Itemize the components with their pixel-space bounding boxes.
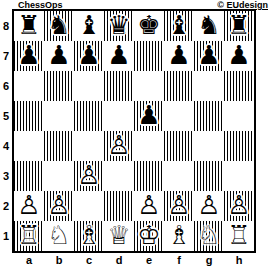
square-e5: ♟ [134,101,164,131]
file-label-f: f [164,253,194,267]
square-h8: ♜ [224,11,254,41]
square-f8: ♝ [164,11,194,41]
square-h5 [224,101,254,131]
square-a6 [14,71,44,101]
square-d1: ♕ [104,221,134,251]
square-f3 [164,161,194,191]
square-c6 [74,71,104,101]
piece-black-pawn: ♟ [74,41,104,71]
piece-black-king: ♚ [134,11,164,41]
square-f5 [164,101,194,131]
piece-white-bishop: ♗ [74,221,104,251]
square-a7: ♟ [14,41,44,71]
file-label-a: a [14,253,44,267]
square-g3 [194,161,224,191]
piece-white-pawn: ♙ [194,191,224,221]
square-c8: ♝ [74,11,104,41]
piece-black-queen: ♛ [104,11,134,41]
piece-black-pawn: ♟ [14,41,44,71]
file-label-g: g [194,253,224,267]
square-d8: ♛ [104,11,134,41]
square-g8: ♞ [194,11,224,41]
square-b2: ♙ [44,191,74,221]
square-g2: ♙ [194,191,224,221]
square-a3 [14,161,44,191]
square-f2: ♙ [164,191,194,221]
piece-white-bishop: ♗ [164,221,194,251]
square-c3: ♙ [74,161,104,191]
square-a1: ♖ [14,221,44,251]
square-e6 [134,71,164,101]
square-c5 [74,101,104,131]
square-h2: ♙ [224,191,254,221]
square-c4 [74,131,104,161]
square-e7 [134,41,164,71]
square-e8: ♚ [134,11,164,41]
rank-label-4: 4 [1,131,11,161]
piece-black-knight: ♞ [44,11,74,41]
square-b8: ♞ [44,11,74,41]
square-h3 [224,161,254,191]
square-f1: ♗ [164,221,194,251]
rank-label-6: 6 [1,71,11,101]
rank-label-7: 7 [1,41,11,71]
rank-label-1: 1 [1,221,11,251]
file-label-e: e [134,253,164,267]
piece-black-rook: ♜ [224,11,254,41]
square-h1: ♖ [224,221,254,251]
square-h7: ♟ [224,41,254,71]
square-b3 [44,161,74,191]
square-a8: ♜ [14,11,44,41]
square-b5 [44,101,74,131]
square-f7: ♟ [164,41,194,71]
square-c2 [74,191,104,221]
file-label-c: c [74,253,104,267]
rank-label-3: 3 [1,161,11,191]
square-g4 [194,131,224,161]
rank-label-8: 8 [1,11,11,41]
piece-black-pawn: ♟ [164,41,194,71]
square-g1: ♘ [194,221,224,251]
piece-white-rook: ♖ [14,221,44,251]
piece-white-pawn: ♙ [104,131,134,161]
piece-black-knight: ♞ [194,11,224,41]
square-a4 [14,131,44,161]
piece-black-pawn: ♟ [104,41,134,71]
square-c7: ♟ [74,41,104,71]
square-h4 [224,131,254,161]
piece-black-pawn: ♟ [194,41,224,71]
piece-white-rook: ♖ [224,221,254,251]
rank-label-2: 2 [1,191,11,221]
square-b1: ♘ [44,221,74,251]
piece-white-pawn: ♙ [44,191,74,221]
piece-black-pawn: ♟ [134,101,164,131]
file-label-h: h [224,253,254,267]
square-d6 [104,71,134,101]
square-e1: ♔ [134,221,164,251]
piece-white-pawn: ♙ [224,191,254,221]
square-g7: ♟ [194,41,224,71]
square-d4: ♙ [104,131,134,161]
piece-black-bishop: ♝ [164,11,194,41]
piece-black-pawn: ♟ [224,41,254,71]
piece-black-rook: ♜ [14,11,44,41]
piece-white-pawn: ♙ [164,191,194,221]
piece-white-knight: ♘ [194,221,224,251]
file-label-d: d [104,253,134,267]
square-g5 [194,101,224,131]
square-d2 [104,191,134,221]
square-d3 [104,161,134,191]
piece-black-bishop: ♝ [74,11,104,41]
piece-white-pawn: ♙ [134,191,164,221]
square-e2: ♙ [134,191,164,221]
square-b7: ♟ [44,41,74,71]
square-a5 [14,101,44,131]
rank-label-5: 5 [1,101,11,131]
square-f6 [164,71,194,101]
square-c1: ♗ [74,221,104,251]
square-b6 [44,71,74,101]
file-label-b: b [44,253,74,267]
chess-board: ♜♞♝♛♚♝♞♜♟♟♟♟♟♟♟♟♙♙♙♙♙♙♙♙♖♘♗♕♔♗♘♖ [12,9,256,253]
piece-black-pawn: ♟ [44,41,74,71]
square-h6 [224,71,254,101]
square-a2: ♙ [14,191,44,221]
piece-white-king: ♔ [134,221,164,251]
square-d5 [104,101,134,131]
square-e4 [134,131,164,161]
piece-white-pawn: ♙ [14,191,44,221]
square-g6 [194,71,224,101]
piece-white-queen: ♕ [104,221,134,251]
square-f4 [164,131,194,161]
square-d7: ♟ [104,41,134,71]
piece-white-knight: ♘ [44,221,74,251]
square-e3 [134,161,164,191]
square-b4 [44,131,74,161]
piece-white-pawn: ♙ [74,161,104,191]
